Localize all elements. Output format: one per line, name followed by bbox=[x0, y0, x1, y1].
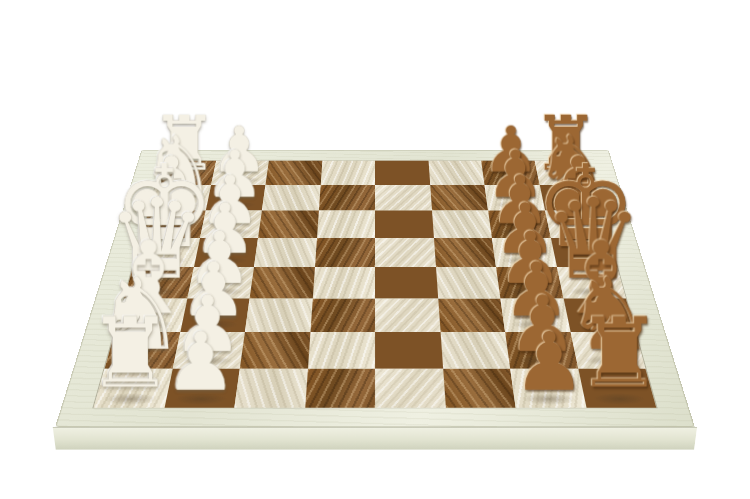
square bbox=[432, 210, 492, 237]
square bbox=[375, 267, 438, 298]
square bbox=[320, 161, 375, 185]
square bbox=[433, 238, 496, 267]
piece-bp: ♟ bbox=[513, 324, 585, 401]
board-perspective-wrapper: ♜♟♟♜♞♟♟♞♝♟♟♝♚♟♟♚♛♟♟♛♝♟♟♝♞♟♟♞♜♟♟♜ bbox=[105, 0, 645, 499]
square bbox=[436, 267, 501, 298]
chess-board: ♜♟♟♜♞♟♟♞♝♟♟♝♚♟♟♚♛♟♟♛♝♟♟♝♞♟♟♞♜♟♟♜ bbox=[55, 150, 695, 427]
square bbox=[375, 368, 445, 407]
square bbox=[375, 332, 443, 368]
square bbox=[258, 210, 318, 237]
square bbox=[312, 267, 375, 298]
square bbox=[428, 161, 484, 185]
piece-wp: ♟ bbox=[164, 324, 236, 401]
square: ♜ bbox=[578, 368, 657, 407]
square bbox=[240, 332, 310, 368]
square bbox=[375, 238, 436, 267]
square bbox=[315, 238, 376, 267]
square bbox=[317, 210, 375, 237]
square bbox=[438, 298, 505, 332]
square: ♟ bbox=[164, 368, 240, 407]
square bbox=[318, 185, 375, 211]
board-frame: ♜♟♟♜♞♟♟♞♝♟♟♝♚♟♟♚♛♟♟♛♝♟♟♝♞♟♟♞♜♟♟♜ bbox=[55, 150, 695, 427]
square bbox=[307, 332, 375, 368]
square bbox=[305, 368, 375, 407]
square bbox=[440, 332, 510, 368]
square bbox=[430, 185, 488, 211]
piece-wr: ♜ bbox=[87, 308, 174, 400]
square bbox=[310, 298, 375, 332]
square bbox=[245, 298, 312, 332]
square bbox=[375, 210, 433, 237]
square bbox=[262, 185, 320, 211]
square bbox=[375, 298, 440, 332]
square bbox=[265, 161, 321, 185]
square bbox=[375, 185, 432, 211]
square bbox=[234, 368, 307, 407]
square bbox=[250, 267, 315, 298]
piece-br: ♜ bbox=[576, 308, 663, 400]
square bbox=[443, 368, 516, 407]
board-front-edge bbox=[53, 427, 697, 450]
square: ♜ bbox=[94, 368, 173, 407]
square bbox=[375, 161, 430, 185]
square bbox=[254, 238, 317, 267]
photo-background: ♜♟♟♜♞♟♟♞♝♟♟♝♚♟♟♚♛♟♟♛♝♟♟♝♞♟♟♞♜♟♟♜ bbox=[0, 0, 750, 499]
board-squares: ♜♟♟♜♞♟♟♞♝♟♟♝♚♟♟♚♛♟♟♛♝♟♟♝♞♟♟♞♜♟♟♜ bbox=[94, 161, 657, 408]
square: ♟ bbox=[510, 368, 586, 407]
